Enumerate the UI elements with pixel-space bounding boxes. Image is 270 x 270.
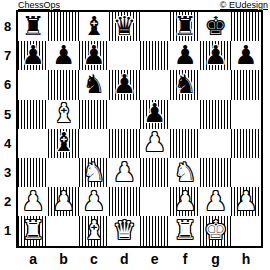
rank-label-7: 7 <box>0 41 15 70</box>
square-h7[interactable]: ♟ <box>231 41 261 70</box>
square-g3[interactable] <box>200 158 230 187</box>
rank-label-1: 1 <box>0 216 15 245</box>
piece-black-knight-f6[interactable]: ♞ <box>173 71 196 97</box>
square-f8[interactable]: ♜ <box>170 12 200 41</box>
square-h3[interactable] <box>231 158 261 187</box>
square-d1[interactable]: ♛ <box>109 216 139 245</box>
square-g8[interactable]: ♚ <box>200 12 230 41</box>
file-label-g: g <box>200 250 230 268</box>
square-g7[interactable]: ♟ <box>200 41 230 70</box>
square-e2[interactable] <box>140 187 170 216</box>
square-h4[interactable] <box>231 129 261 158</box>
square-b5[interactable]: ♝ <box>48 100 78 129</box>
square-c6[interactable]: ♞ <box>79 70 109 99</box>
file-label-f: f <box>170 250 200 268</box>
piece-black-pawn-h7[interactable]: ♟ <box>234 42 257 68</box>
piece-black-pawn-e5[interactable]: ♟ <box>143 100 166 126</box>
square-h2[interactable]: ♟ <box>231 187 261 216</box>
square-e1[interactable] <box>140 216 170 245</box>
piece-white-pawn-d3[interactable]: ♟ <box>113 159 136 185</box>
piece-black-pawn-g7[interactable]: ♟ <box>204 42 227 68</box>
square-e8[interactable] <box>140 12 170 41</box>
square-f4[interactable] <box>170 129 200 158</box>
square-b3[interactable] <box>48 158 78 187</box>
piece-black-pawn-d6[interactable]: ♟ <box>113 71 136 97</box>
piece-white-bishop-c1[interactable]: ♝ <box>82 217 105 243</box>
square-f7[interactable]: ♟ <box>170 41 200 70</box>
square-c2[interactable]: ♟ <box>79 187 109 216</box>
square-d2[interactable] <box>109 187 139 216</box>
rank-label-5: 5 <box>0 100 15 129</box>
piece-black-pawn-f7[interactable]: ♟ <box>173 42 196 68</box>
credit-text: © EUdesign <box>220 0 268 10</box>
square-f1[interactable]: ♜ <box>170 216 200 245</box>
rank-label-6: 6 <box>0 70 15 99</box>
file-label-h: h <box>231 250 261 268</box>
square-a1[interactable]: ♜ <box>18 216 48 245</box>
piece-white-pawn-a2[interactable]: ♟ <box>22 188 45 214</box>
file-label-e: e <box>140 250 170 268</box>
square-b7[interactable]: ♟ <box>48 41 78 70</box>
piece-black-rook-f8[interactable]: ♜ <box>173 13 196 39</box>
square-a5[interactable] <box>18 100 48 129</box>
square-h6[interactable] <box>231 70 261 99</box>
square-c5[interactable] <box>79 100 109 129</box>
chess-board[interactable]: ♜♝♛♜♚♟♟♟♟♟♟♞♟♞♝♟♝♟♞♟♞♟♟♟♟♟♟♜♝♛♜♚ <box>16 10 263 248</box>
square-g6[interactable] <box>200 70 230 99</box>
piece-black-rook-a8[interactable]: ♜ <box>22 13 45 39</box>
piece-white-pawn-c2[interactable]: ♟ <box>82 188 105 214</box>
square-d8[interactable]: ♛ <box>109 12 139 41</box>
file-label-a: a <box>18 250 48 268</box>
piece-white-pawn-e4[interactable]: ♟ <box>143 129 166 155</box>
piece-black-bishop-b4[interactable]: ♝ <box>52 129 75 155</box>
piece-black-pawn-b7[interactable]: ♟ <box>52 42 75 68</box>
piece-black-pawn-c7[interactable]: ♟ <box>82 42 105 68</box>
piece-black-king-g8[interactable]: ♚ <box>204 13 227 39</box>
square-c7[interactable]: ♟ <box>79 41 109 70</box>
rank-labels: 87654321 <box>0 12 15 246</box>
square-g5[interactable] <box>200 100 230 129</box>
file-label-c: c <box>79 250 109 268</box>
square-c8[interactable]: ♝ <box>79 12 109 41</box>
square-c3[interactable]: ♞ <box>79 158 109 187</box>
square-b8[interactable] <box>48 12 78 41</box>
square-d4[interactable] <box>109 129 139 158</box>
square-d5[interactable] <box>109 100 139 129</box>
square-f3[interactable]: ♞ <box>170 158 200 187</box>
square-a6[interactable] <box>18 70 48 99</box>
square-f5[interactable] <box>170 100 200 129</box>
square-b1[interactable] <box>48 216 78 245</box>
app-title: ChessOps <box>18 0 60 10</box>
square-a8[interactable]: ♜ <box>18 12 48 41</box>
square-h1[interactable] <box>231 216 261 245</box>
square-d6[interactable]: ♟ <box>109 70 139 99</box>
piece-white-bishop-b5[interactable]: ♝ <box>52 100 75 126</box>
piece-black-knight-c6[interactable]: ♞ <box>82 71 105 97</box>
piece-white-pawn-b2[interactable]: ♟ <box>52 188 75 214</box>
square-h5[interactable] <box>231 100 261 129</box>
rank-label-2: 2 <box>0 187 15 216</box>
square-a3[interactable] <box>18 158 48 187</box>
file-label-b: b <box>48 250 78 268</box>
piece-black-bishop-c8[interactable]: ♝ <box>82 13 105 39</box>
piece-white-pawn-h2[interactable]: ♟ <box>234 188 257 214</box>
piece-white-queen-d1[interactable]: ♛ <box>113 217 136 243</box>
rank-label-4: 4 <box>0 129 15 158</box>
piece-white-pawn-f2[interactable]: ♟ <box>173 188 196 214</box>
piece-white-knight-f3[interactable]: ♞ <box>173 159 196 185</box>
square-f6[interactable]: ♞ <box>170 70 200 99</box>
piece-white-king-g1[interactable]: ♚ <box>204 217 227 243</box>
chessops-window: ChessOps © EUdesign 87654321 ♜♝♛♜♚♟♟♟♟♟♟… <box>0 0 270 270</box>
square-e7[interactable] <box>140 41 170 70</box>
square-c4[interactable] <box>79 129 109 158</box>
square-b2[interactable]: ♟ <box>48 187 78 216</box>
square-a7[interactable]: ♟ <box>18 41 48 70</box>
file-label-d: d <box>109 250 139 268</box>
square-g2[interactable]: ♟ <box>200 187 230 216</box>
title-bar: ChessOps © EUdesign <box>0 0 270 10</box>
piece-white-rook-f1[interactable]: ♜ <box>173 217 196 243</box>
square-e3[interactable] <box>140 158 170 187</box>
square-a2[interactable]: ♟ <box>18 187 48 216</box>
square-g4[interactable] <box>200 129 230 158</box>
square-d3[interactable]: ♟ <box>109 158 139 187</box>
piece-black-queen-d8[interactable]: ♛ <box>113 13 136 39</box>
rank-label-3: 3 <box>0 158 15 187</box>
square-b4[interactable]: ♝ <box>48 129 78 158</box>
piece-white-rook-a1[interactable]: ♜ <box>22 217 45 243</box>
rank-label-8: 8 <box>0 12 15 41</box>
square-b6[interactable] <box>48 70 78 99</box>
piece-white-knight-c3[interactable]: ♞ <box>82 159 105 185</box>
square-a4[interactable] <box>18 129 48 158</box>
square-c1[interactable]: ♝ <box>79 216 109 245</box>
file-labels: abcdefgh <box>18 250 261 268</box>
square-e4[interactable]: ♟ <box>140 129 170 158</box>
square-g1[interactable]: ♚ <box>200 216 230 245</box>
square-h8[interactable] <box>231 12 261 41</box>
piece-black-pawn-a7[interactable]: ♟ <box>22 42 45 68</box>
piece-white-pawn-g2[interactable]: ♟ <box>204 188 227 214</box>
square-d7[interactable] <box>109 41 139 70</box>
square-f2[interactable]: ♟ <box>170 187 200 216</box>
square-e5[interactable]: ♟ <box>140 100 170 129</box>
square-e6[interactable] <box>140 70 170 99</box>
